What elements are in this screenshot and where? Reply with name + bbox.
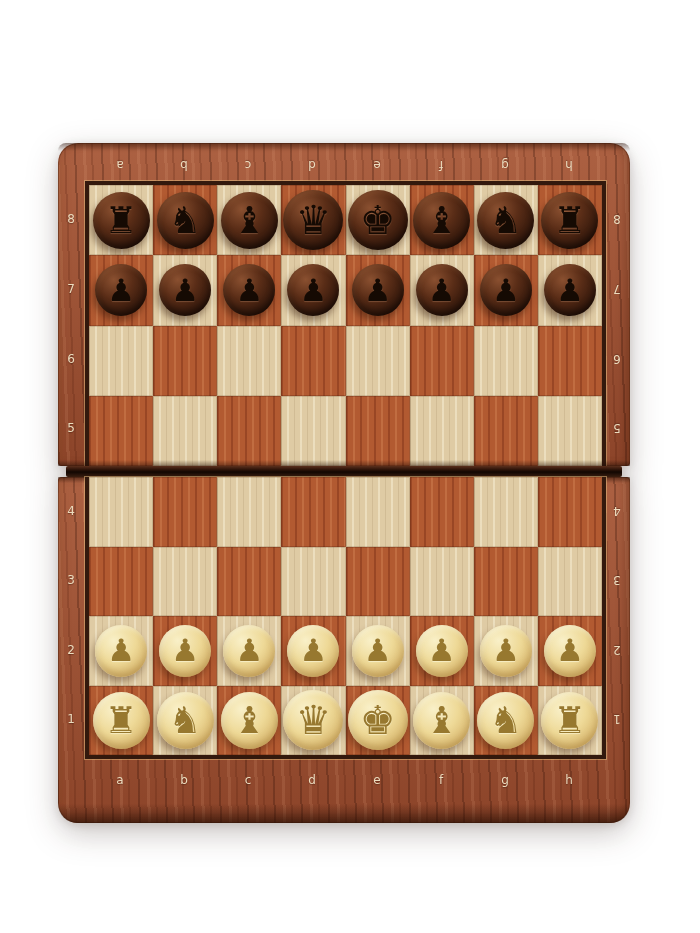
piece-white-pawn[interactable]: ♟ (480, 625, 532, 677)
board-grid-top: ♜♞♝♛♚♝♞♜♟♟♟♟♟♟♟♟ (89, 185, 602, 466)
square-f7[interactable]: ♟ (410, 255, 474, 325)
piece-black-rook[interactable]: ♜ (93, 192, 150, 249)
square-d8[interactable]: ♛ (281, 185, 345, 255)
square-a5[interactable] (89, 396, 153, 466)
file-label-d-bottom: d (302, 773, 322, 787)
square-f4[interactable] (410, 477, 474, 547)
square-b2[interactable]: ♟ (153, 616, 217, 686)
square-g1[interactable]: ♞ (474, 686, 538, 756)
file-label-g-bottom: g (495, 773, 515, 787)
piece-white-pawn[interactable]: ♟ (416, 625, 468, 677)
square-f8[interactable]: ♝ (410, 185, 474, 255)
square-b8[interactable]: ♞ (153, 185, 217, 255)
square-a2[interactable]: ♟ (89, 616, 153, 686)
square-h7[interactable]: ♟ (538, 255, 602, 325)
square-b4[interactable] (153, 477, 217, 547)
piece-black-pawn[interactable]: ♟ (287, 264, 339, 316)
square-h4[interactable] (538, 477, 602, 547)
piece-white-pawn[interactable]: ♟ (352, 625, 404, 677)
piece-white-knight[interactable]: ♞ (157, 692, 214, 749)
square-d4[interactable] (281, 477, 345, 547)
piece-black-pawn[interactable]: ♟ (352, 264, 404, 316)
square-g4[interactable] (474, 477, 538, 547)
square-c8[interactable]: ♝ (217, 185, 281, 255)
square-a1[interactable]: ♜ (89, 686, 153, 756)
playing-area-bottom: ♟♟♟♟♟♟♟♟♜♞♝♛♚♝♞♜ (85, 477, 606, 759)
square-b1[interactable]: ♞ (153, 686, 217, 756)
piece-white-pawn[interactable]: ♟ (544, 625, 596, 677)
rank-label-3-left: 3 (61, 573, 81, 587)
square-c5[interactable] (217, 396, 281, 466)
file-label-b-top: b (174, 158, 194, 172)
square-h5[interactable] (538, 396, 602, 466)
square-g8[interactable]: ♞ (474, 185, 538, 255)
piece-white-pawn[interactable]: ♟ (159, 625, 211, 677)
file-label-a-bottom: a (110, 773, 130, 787)
piece-black-pawn[interactable]: ♟ (95, 264, 147, 316)
rank-label-6-left: 6 (61, 352, 81, 366)
square-a7[interactable]: ♟ (89, 255, 153, 325)
file-label-h-top: h (559, 158, 579, 172)
square-e5[interactable] (346, 396, 410, 466)
square-e8[interactable]: ♚ (346, 185, 410, 255)
piece-black-bishop[interactable]: ♝ (413, 192, 470, 249)
rank-label-2-left: 2 (61, 643, 81, 657)
piece-black-queen[interactable]: ♛ (283, 190, 343, 250)
piece-black-knight[interactable]: ♞ (477, 192, 534, 249)
rank-label-6-right: 6 (607, 352, 627, 366)
square-h1[interactable]: ♜ (538, 686, 602, 756)
piece-white-bishop[interactable]: ♝ (413, 692, 470, 749)
file-label-h-bottom: h (559, 773, 579, 787)
square-d3[interactable] (281, 547, 345, 617)
piece-white-pawn[interactable]: ♟ (95, 625, 147, 677)
rank-label-1-left: 1 (61, 712, 81, 726)
rank-label-4-right: 4 (607, 504, 627, 518)
file-label-d-top: d (302, 158, 322, 172)
square-a6[interactable] (89, 326, 153, 396)
square-e4[interactable] (346, 477, 410, 547)
file-label-e-top: e (367, 158, 387, 172)
file-label-c-top: c (238, 158, 258, 172)
square-d5[interactable] (281, 396, 345, 466)
square-g7[interactable]: ♟ (474, 255, 538, 325)
board-top-half: ♜♞♝♛♚♝♞♜♟♟♟♟♟♟♟♟ abcdefgh88776655 (58, 143, 630, 466)
square-c7[interactable]: ♟ (217, 255, 281, 325)
file-label-f-top: f (431, 158, 451, 172)
chess-board: ♜♞♝♛♚♝♞♜♟♟♟♟♟♟♟♟ abcdefgh88776655 ♟♟♟♟♟♟… (58, 143, 630, 823)
square-h3[interactable] (538, 547, 602, 617)
file-label-b-bottom: b (174, 773, 194, 787)
square-d7[interactable]: ♟ (281, 255, 345, 325)
square-b3[interactable] (153, 547, 217, 617)
square-c6[interactable] (217, 326, 281, 396)
file-label-f-bottom: f (431, 773, 451, 787)
square-f2[interactable]: ♟ (410, 616, 474, 686)
square-e7[interactable]: ♟ (346, 255, 410, 325)
square-e3[interactable] (346, 547, 410, 617)
piece-white-bishop[interactable]: ♝ (221, 692, 278, 749)
square-e2[interactable]: ♟ (346, 616, 410, 686)
square-c3[interactable] (217, 547, 281, 617)
piece-black-pawn[interactable]: ♟ (223, 264, 275, 316)
piece-white-king[interactable]: ♚ (348, 690, 408, 750)
square-h8[interactable]: ♜ (538, 185, 602, 255)
rank-label-4-left: 4 (61, 504, 81, 518)
square-d2[interactable]: ♟ (281, 616, 345, 686)
file-label-e-bottom: e (367, 773, 387, 787)
playing-area-top: ♜♞♝♛♚♝♞♜♟♟♟♟♟♟♟♟ (85, 181, 606, 466)
square-a4[interactable] (89, 477, 153, 547)
piece-white-rook[interactable]: ♜ (93, 692, 150, 749)
piece-black-pawn[interactable]: ♟ (544, 264, 596, 316)
square-c1[interactable]: ♝ (217, 686, 281, 756)
square-h6[interactable] (538, 326, 602, 396)
rank-label-8-left: 8 (61, 212, 81, 226)
piece-black-knight[interactable]: ♞ (157, 192, 214, 249)
square-f3[interactable] (410, 547, 474, 617)
rank-label-7-left: 7 (61, 282, 81, 296)
rank-label-2-right: 2 (607, 643, 627, 657)
square-b5[interactable] (153, 396, 217, 466)
photo-background: ♜♞♝♛♚♝♞♜♟♟♟♟♟♟♟♟ abcdefgh88776655 ♟♟♟♟♟♟… (0, 0, 700, 933)
hinge-seam (66, 466, 622, 477)
square-f1[interactable]: ♝ (410, 686, 474, 756)
square-f6[interactable] (410, 326, 474, 396)
file-label-c-bottom: c (238, 773, 258, 787)
rank-label-5-left: 5 (61, 421, 81, 435)
square-d1[interactable]: ♛ (281, 686, 345, 756)
piece-white-rook[interactable]: ♜ (541, 692, 598, 749)
rank-label-5-right: 5 (607, 421, 627, 435)
board-bottom-half: ♟♟♟♟♟♟♟♟♜♞♝♛♚♝♞♜ abcdefgh44332211 (58, 477, 630, 823)
piece-white-queen[interactable]: ♛ (283, 690, 343, 750)
rank-label-1-right: 1 (607, 712, 627, 726)
piece-black-pawn[interactable]: ♟ (159, 264, 211, 316)
square-h2[interactable]: ♟ (538, 616, 602, 686)
file-label-g-top: g (495, 158, 515, 172)
square-f5[interactable] (410, 396, 474, 466)
piece-black-pawn[interactable]: ♟ (416, 264, 468, 316)
square-c4[interactable] (217, 477, 281, 547)
rank-label-3-right: 3 (607, 573, 627, 587)
piece-black-pawn[interactable]: ♟ (480, 264, 532, 316)
piece-black-rook[interactable]: ♜ (541, 192, 598, 249)
piece-white-pawn[interactable]: ♟ (223, 625, 275, 677)
square-g3[interactable] (474, 547, 538, 617)
square-d6[interactable] (281, 326, 345, 396)
square-c2[interactable]: ♟ (217, 616, 281, 686)
board-grid-bottom: ♟♟♟♟♟♟♟♟♜♞♝♛♚♝♞♜ (89, 477, 602, 755)
rank-label-7-right: 7 (607, 282, 627, 296)
square-b7[interactable]: ♟ (153, 255, 217, 325)
rank-label-8-right: 8 (607, 212, 627, 226)
square-e6[interactable] (346, 326, 410, 396)
square-b6[interactable] (153, 326, 217, 396)
piece-white-knight[interactable]: ♞ (477, 692, 534, 749)
square-g5[interactable] (474, 396, 538, 466)
square-e1[interactable]: ♚ (346, 686, 410, 756)
square-g2[interactable]: ♟ (474, 616, 538, 686)
file-label-a-top: a (110, 158, 130, 172)
square-g6[interactable] (474, 326, 538, 396)
piece-black-bishop[interactable]: ♝ (221, 192, 278, 249)
piece-white-pawn[interactable]: ♟ (287, 625, 339, 677)
square-a3[interactable] (89, 547, 153, 617)
piece-black-king[interactable]: ♚ (348, 190, 408, 250)
square-a8[interactable]: ♜ (89, 185, 153, 255)
